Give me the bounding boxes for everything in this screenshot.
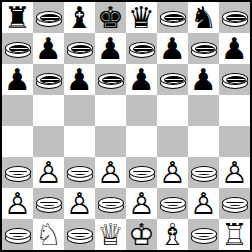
black-pawn-piece: ♟ [159,33,186,64]
square-c4[interactable] [64,126,95,157]
square-h2[interactable] [219,188,250,219]
black-checker-disc-piece [36,73,62,89]
square-c1[interactable] [64,219,95,250]
white-pawn-piece: ♙ [97,157,124,188]
square-h4[interactable] [219,126,250,157]
square-f6[interactable] [157,64,188,95]
square-f7[interactable]: ♟ [157,33,188,64]
white-bishop-piece: ♗ [159,219,186,250]
square-f4[interactable] [157,126,188,157]
square-e6[interactable]: ♟ [126,64,157,95]
square-e5[interactable] [126,95,157,126]
square-b4[interactable] [33,126,64,157]
white-queen-piece: ♕ [97,219,124,250]
white-pawn-piece: ♙ [4,188,31,219]
white-checker-disc-piece [222,197,248,213]
square-g5[interactable] [188,95,219,126]
square-a6[interactable]: ♟ [2,64,33,95]
square-h6[interactable] [219,64,250,95]
white-checker-disc-piece [98,197,124,213]
square-e1[interactable]: ♔ [126,219,157,250]
black-queen-piece: ♛ [128,2,155,33]
square-a1[interactable] [2,219,33,250]
black-pawn-piece: ♟ [4,64,31,95]
square-b6[interactable] [33,64,64,95]
white-checker-disc-piece [160,197,186,213]
square-a2[interactable]: ♙ [2,188,33,219]
black-knight-piece: ♞ [190,2,217,33]
square-f1[interactable]: ♗ [157,219,188,250]
square-d2[interactable] [95,188,126,219]
square-b3[interactable]: ♙ [33,157,64,188]
square-c3[interactable] [64,157,95,188]
square-c6[interactable]: ♟ [64,64,95,95]
square-a8[interactable]: ♜ [2,2,33,33]
square-g3[interactable] [188,157,219,188]
black-king-piece: ♚ [97,2,124,33]
black-checker-disc-piece [222,11,248,27]
square-b5[interactable] [33,95,64,126]
square-a4[interactable] [2,126,33,157]
white-pawn-piece: ♙ [128,188,155,219]
square-f3[interactable]: ♙ [157,157,188,188]
square-g6[interactable]: ♟ [188,64,219,95]
square-c8[interactable]: ♝ [64,2,95,33]
white-pawn-piece: ♙ [190,188,217,219]
black-pawn-piece: ♟ [128,64,155,95]
square-h3[interactable]: ♙ [219,157,250,188]
square-h1[interactable]: ♖ [219,219,250,250]
black-checker-disc-piece [129,42,155,58]
black-pawn-piece: ♟ [97,33,124,64]
black-checker-disc-piece [67,42,93,58]
square-h5[interactable] [219,95,250,126]
black-pawn-piece: ♟ [190,64,217,95]
square-d4[interactable] [95,126,126,157]
square-f2[interactable] [157,188,188,219]
white-rook-piece: ♖ [221,219,248,250]
black-checker-disc-piece [160,11,186,27]
square-b2[interactable] [33,188,64,219]
square-e8[interactable]: ♛ [126,2,157,33]
black-checker-disc-piece [5,42,31,58]
square-d3[interactable]: ♙ [95,157,126,188]
square-e7[interactable] [126,33,157,64]
white-knight-piece: ♘ [35,219,62,250]
white-checker-disc-piece [67,228,93,244]
black-pawn-piece: ♟ [35,33,62,64]
white-pawn-piece: ♙ [159,157,186,188]
square-b1[interactable]: ♘ [33,219,64,250]
square-d5[interactable] [95,95,126,126]
white-checker-disc-piece [191,228,217,244]
square-e3[interactable] [126,157,157,188]
square-g2[interactable]: ♙ [188,188,219,219]
black-checker-disc-piece [160,73,186,89]
white-pawn-piece: ♙ [35,157,62,188]
square-d8[interactable]: ♚ [95,2,126,33]
square-a5[interactable] [2,95,33,126]
black-pawn-piece: ♟ [66,64,93,95]
square-g1[interactable] [188,219,219,250]
black-pawn-piece: ♟ [221,33,248,64]
square-d6[interactable] [95,64,126,95]
square-a3[interactable] [2,157,33,188]
square-g8[interactable]: ♞ [188,2,219,33]
square-f8[interactable] [157,2,188,33]
square-c7[interactable] [64,33,95,64]
square-d1[interactable]: ♕ [95,219,126,250]
white-checker-disc-piece [191,166,217,182]
square-g4[interactable] [188,126,219,157]
square-d7[interactable]: ♟ [95,33,126,64]
square-b7[interactable]: ♟ [33,33,64,64]
square-e4[interactable] [126,126,157,157]
square-f5[interactable] [157,95,188,126]
white-checker-disc-piece [5,228,31,244]
game-board: ♜♝♚♛♞♟♟♟♟♟♟♟♟♙♙♙♙♙♙♙♙♘♕♔♗♖ [0,0,252,252]
square-e2[interactable]: ♙ [126,188,157,219]
white-pawn-piece: ♙ [66,188,93,219]
white-checker-disc-piece [5,166,31,182]
white-checker-disc-piece [36,197,62,213]
black-bishop-piece: ♝ [66,2,93,33]
white-king-piece: ♔ [128,219,155,250]
white-checker-disc-piece [129,166,155,182]
square-g7[interactable] [188,33,219,64]
square-h7[interactable]: ♟ [219,33,250,64]
white-checker-disc-piece [67,166,93,182]
square-c5[interactable] [64,95,95,126]
square-b8[interactable] [33,2,64,33]
black-checker-disc-piece [222,73,248,89]
square-h8[interactable] [219,2,250,33]
square-a7[interactable] [2,33,33,64]
square-c2[interactable]: ♙ [64,188,95,219]
black-checker-disc-piece [191,42,217,58]
black-checker-disc-piece [98,73,124,89]
black-checker-disc-piece [36,11,62,27]
black-rook-piece: ♜ [4,2,31,33]
white-pawn-piece: ♙ [221,157,248,188]
